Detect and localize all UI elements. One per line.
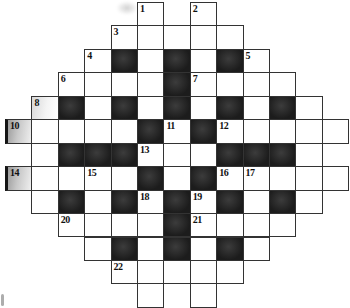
cell-r5-c10[interactable]	[269, 119, 296, 143]
cell-r3-c7[interactable]: 7	[190, 72, 217, 96]
cell-r9-c4[interactable]	[111, 213, 138, 237]
black-cell-r4-c10	[269, 96, 296, 120]
clue-number-19: 19	[193, 191, 202, 203]
cell-r3-c4[interactable]	[111, 72, 138, 96]
clue-number-16: 16	[219, 167, 228, 179]
cell-r0-c5[interactable]: 1	[137, 2, 164, 26]
cell-r2-c3[interactable]: 4	[84, 49, 111, 73]
cell-r2-c7[interactable]	[190, 49, 217, 73]
black-cell-r4-c4	[111, 96, 138, 120]
cell-r7-c2[interactable]	[58, 166, 85, 190]
crossword-grid: 1234567810111213141516171819202122	[0, 0, 350, 308]
cell-r0-c7[interactable]: 2	[190, 2, 217, 26]
cell-r11-c6[interactable]	[163, 260, 190, 284]
cell-r7-c0[interactable]: 14	[5, 166, 32, 190]
cell-r12-c5[interactable]	[137, 283, 164, 307]
clue-number-5: 5	[246, 50, 251, 62]
cell-r7-c12[interactable]	[322, 166, 349, 190]
cell-r3-c2[interactable]: 6	[58, 72, 85, 96]
cell-r5-c4[interactable]	[111, 119, 138, 143]
cell-r8-c11[interactable]	[295, 190, 322, 214]
cell-r11-c8[interactable]	[216, 260, 243, 284]
clue-number-2: 2	[193, 3, 198, 15]
scan-mark	[1, 294, 4, 306]
black-cell-r6-c3	[84, 143, 111, 167]
cell-r2-c5[interactable]	[137, 49, 164, 73]
clue-number-6: 6	[61, 73, 66, 85]
cell-r5-c11[interactable]	[295, 119, 322, 143]
cell-r5-c8[interactable]: 12	[216, 119, 243, 143]
clue-number-14: 14	[10, 167, 19, 179]
clue-number-12: 12	[219, 120, 228, 132]
cell-r4-c3[interactable]	[84, 96, 111, 120]
clue-number-20: 20	[61, 214, 70, 226]
black-cell-r6-c8	[216, 143, 243, 167]
black-cell-r10-c8	[216, 237, 243, 261]
black-cell-r10-c6	[163, 237, 190, 261]
black-cell-r2-c8	[216, 49, 243, 73]
black-cell-r5-c7	[190, 119, 217, 143]
clue-number-18: 18	[140, 191, 149, 203]
cell-r9-c2[interactable]: 20	[58, 213, 85, 237]
cell-r1-c8[interactable]	[216, 25, 243, 49]
clue-number-8: 8	[34, 97, 39, 109]
cell-r6-c5[interactable]: 13	[137, 143, 164, 167]
cell-r8-c9[interactable]	[243, 190, 270, 214]
cell-r7-c3[interactable]: 15	[84, 166, 111, 190]
cell-r4-c9[interactable]	[243, 96, 270, 120]
cell-r5-c1[interactable]	[31, 119, 58, 143]
black-cell-r7-c7	[190, 166, 217, 190]
cell-r1-c4[interactable]: 3	[111, 25, 138, 49]
clue-number-17: 17	[246, 167, 255, 179]
cell-r9-c7[interactable]: 21	[190, 213, 217, 237]
cell-r3-c3[interactable]	[84, 72, 111, 96]
cell-r5-c2[interactable]	[58, 119, 85, 143]
black-cell-r10-c4	[111, 237, 138, 261]
cell-r8-c1[interactable]	[31, 190, 58, 214]
black-cell-r8-c8	[216, 190, 243, 214]
cell-r9-c5[interactable]	[137, 213, 164, 237]
clue-number-11: 11	[166, 120, 174, 132]
cell-r6-c6[interactable]	[163, 143, 190, 167]
clue-number-1: 1	[140, 3, 145, 15]
black-cell-r5-c5	[137, 119, 164, 143]
cell-r7-c4[interactable]	[111, 166, 138, 190]
clue-number-15: 15	[87, 167, 96, 179]
cell-r9-c9[interactable]	[243, 213, 270, 237]
cell-r7-c6[interactable]	[163, 166, 190, 190]
cell-r11-c5[interactable]	[137, 260, 164, 284]
black-cell-r4-c6	[163, 96, 190, 120]
cell-r5-c12[interactable]	[322, 119, 349, 143]
clue-number-22: 22	[114, 261, 123, 273]
cell-r7-c11[interactable]	[295, 166, 322, 190]
cell-r1-c6[interactable]	[163, 25, 190, 49]
cell-r11-c7[interactable]	[190, 260, 217, 284]
clue-number-3: 3	[114, 26, 119, 38]
black-cell-r6-c2	[58, 143, 85, 167]
cell-r2-c9[interactable]: 5	[243, 49, 270, 73]
cell-r10-c9[interactable]	[243, 237, 270, 261]
cell-r5-c3[interactable]	[84, 119, 111, 143]
black-cell-r6-c4	[111, 143, 138, 167]
cell-r7-c1[interactable]	[31, 166, 58, 190]
cell-r4-c1[interactable]: 8	[31, 96, 58, 120]
clue-number-21: 21	[193, 214, 202, 226]
black-cell-r6-c9	[243, 143, 270, 167]
cell-r4-c11[interactable]	[295, 96, 322, 120]
scan-smudge	[116, 1, 138, 15]
cell-r10-c3[interactable]	[84, 237, 111, 261]
black-cell-r3-c6	[163, 72, 190, 96]
cell-r6-c7[interactable]	[190, 143, 217, 167]
cell-r3-c10[interactable]	[269, 72, 296, 96]
clue-number-4: 4	[87, 50, 92, 62]
cell-r4-c7[interactable]	[190, 96, 217, 120]
cell-r1-c5[interactable]	[137, 25, 164, 49]
cell-r12-c7[interactable]	[190, 283, 217, 307]
cell-r11-c4[interactable]: 22	[111, 260, 138, 284]
black-cell-r6-c10	[269, 143, 296, 167]
black-cell-r9-c6	[163, 213, 190, 237]
black-cell-r8-c2	[58, 190, 85, 214]
cell-r6-c1[interactable]	[31, 143, 58, 167]
black-cell-r4-c2	[58, 96, 85, 120]
cell-r3-c5[interactable]	[137, 72, 164, 96]
cell-r9-c3[interactable]	[84, 213, 111, 237]
clue-number-10: 10	[10, 120, 19, 132]
cell-r7-c10[interactable]	[269, 166, 296, 190]
cell-r3-c8[interactable]	[216, 72, 243, 96]
cell-r7-c8[interactable]: 16	[216, 166, 243, 190]
cell-r5-c0[interactable]: 10	[5, 119, 32, 143]
black-cell-r8-c6	[163, 190, 190, 214]
cell-r8-c5[interactable]: 18	[137, 190, 164, 214]
scanned-page: 1234567810111213141516171819202122	[0, 0, 350, 308]
cell-r4-c5[interactable]	[137, 96, 164, 120]
clue-number-13: 13	[140, 144, 149, 156]
cell-r5-c9[interactable]	[243, 119, 270, 143]
black-cell-r7-c5	[137, 166, 164, 190]
black-cell-r4-c8	[216, 96, 243, 120]
clue-number-7: 7	[193, 73, 198, 85]
cell-r9-c8[interactable]	[216, 213, 243, 237]
black-cell-r2-c6	[163, 49, 190, 73]
cell-r9-c10[interactable]	[269, 213, 296, 237]
cell-r8-c3[interactable]	[84, 190, 111, 214]
black-cell-r2-c4	[111, 49, 138, 73]
cell-r10-c7[interactable]	[190, 237, 217, 261]
cell-r7-c9[interactable]: 17	[243, 166, 270, 190]
cell-r5-c6[interactable]: 11	[163, 119, 190, 143]
cell-r3-c9[interactable]	[243, 72, 270, 96]
cell-r10-c5[interactable]	[137, 237, 164, 261]
black-cell-r8-c4	[111, 190, 138, 214]
cell-r8-c7[interactable]: 19	[190, 190, 217, 214]
cell-r1-c7[interactable]	[190, 25, 217, 49]
cell-r6-c11[interactable]	[295, 143, 322, 167]
black-cell-r8-c10	[269, 190, 296, 214]
